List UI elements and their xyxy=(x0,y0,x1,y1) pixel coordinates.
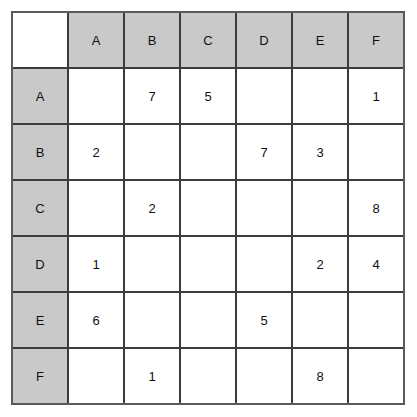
cell-F-D[interactable] xyxy=(237,349,291,403)
matrix-board: A B C D E F A 7 5 1 B 2 7 3 C 2 8 D 1 xyxy=(11,11,405,405)
cell-A-A[interactable] xyxy=(69,69,123,123)
cell-C-E[interactable] xyxy=(293,181,347,235)
cell-E-E[interactable] xyxy=(293,293,347,347)
cell-D-A[interactable]: 1 xyxy=(69,237,123,291)
cell-E-C[interactable] xyxy=(181,293,235,347)
cell-A-B[interactable]: 7 xyxy=(125,69,179,123)
col-header-A: A xyxy=(69,13,123,67)
row-header-A: A xyxy=(13,69,67,123)
cell-F-C[interactable] xyxy=(181,349,235,403)
cell-A-D[interactable] xyxy=(237,69,291,123)
row-header-D: D xyxy=(13,237,67,291)
col-header-E: E xyxy=(293,13,347,67)
cell-B-F[interactable] xyxy=(349,125,403,179)
cell-D-C[interactable] xyxy=(181,237,235,291)
cell-C-A[interactable] xyxy=(69,181,123,235)
page: A B C D E F A 7 5 1 B 2 7 3 C 2 8 D 1 xyxy=(0,0,417,417)
cell-B-D[interactable]: 7 xyxy=(237,125,291,179)
cell-B-A[interactable]: 2 xyxy=(69,125,123,179)
col-header-C: C xyxy=(181,13,235,67)
cell-A-F[interactable]: 1 xyxy=(349,69,403,123)
cell-A-E[interactable] xyxy=(293,69,347,123)
col-header-F: F xyxy=(349,13,403,67)
cell-D-D[interactable] xyxy=(237,237,291,291)
cell-D-E[interactable]: 2 xyxy=(293,237,347,291)
cell-F-E[interactable]: 8 xyxy=(293,349,347,403)
cell-E-D[interactable]: 5 xyxy=(237,293,291,347)
cell-C-D[interactable] xyxy=(237,181,291,235)
cell-E-A[interactable]: 6 xyxy=(69,293,123,347)
cell-D-F[interactable]: 4 xyxy=(349,237,403,291)
cell-D-B[interactable] xyxy=(125,237,179,291)
cell-B-E[interactable]: 3 xyxy=(293,125,347,179)
cell-F-A[interactable] xyxy=(69,349,123,403)
col-header-D: D xyxy=(237,13,291,67)
row-header-E: E xyxy=(13,293,67,347)
cell-C-F[interactable]: 8 xyxy=(349,181,403,235)
cell-C-B[interactable]: 2 xyxy=(125,181,179,235)
cell-F-B[interactable]: 1 xyxy=(125,349,179,403)
cell-E-B[interactable] xyxy=(125,293,179,347)
cell-E-F[interactable] xyxy=(349,293,403,347)
cell-B-B[interactable] xyxy=(125,125,179,179)
cell-B-C[interactable] xyxy=(181,125,235,179)
row-header-B: B xyxy=(13,125,67,179)
row-header-F: F xyxy=(13,349,67,403)
col-header-B: B xyxy=(125,13,179,67)
cell-A-C[interactable]: 5 xyxy=(181,69,235,123)
row-header-C: C xyxy=(13,181,67,235)
corner-cell xyxy=(13,13,67,67)
cell-F-F[interactable] xyxy=(349,349,403,403)
cell-C-C[interactable] xyxy=(181,181,235,235)
